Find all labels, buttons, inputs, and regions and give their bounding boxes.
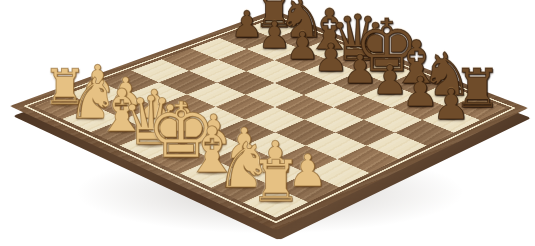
pieces-layer: ♜♟♞♟♝♟♛♟♚♟♝♟♟♞♜♟♟♜♞♟♟♝♟♛♟♟♚♟♝♟♞♜ — [0, 0, 535, 246]
piece-black-pawn: ♟ — [432, 84, 470, 126]
chess-set-photo-stage: ♜♟♞♟♝♟♛♟♚♟♝♟♟♞♜♟♟♜♞♟♟♝♟♛♟♟♚♟♝♟♞♜ — [0, 0, 535, 246]
piece-white-rook: ♜ — [250, 153, 301, 210]
